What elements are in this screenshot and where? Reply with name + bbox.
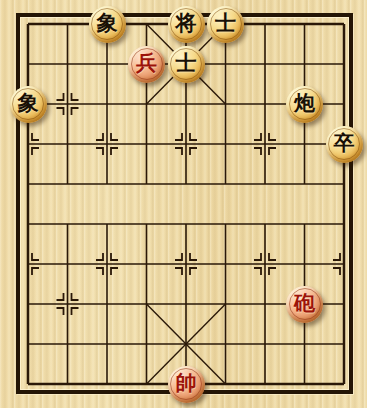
piece-red-general[interactable]: 帥 xyxy=(168,366,205,403)
red-cannon-glyph: 砲 xyxy=(294,293,315,314)
piece-red-cannon[interactable]: 砲 xyxy=(286,286,323,323)
black-cannon-glyph: 炮 xyxy=(294,93,315,114)
black-advisor-2-glyph: 士 xyxy=(176,53,197,74)
red-general-glyph: 帥 xyxy=(176,373,197,394)
black-soldier-glyph: 卒 xyxy=(334,133,355,154)
piece-black-soldier[interactable]: 卒 xyxy=(326,126,363,163)
piece-black-general[interactable]: 将 xyxy=(168,6,205,43)
piece-black-advisor-1[interactable]: 士 xyxy=(207,6,244,43)
black-elephant-2-glyph: 象 xyxy=(18,93,39,114)
black-elephant-1-glyph: 象 xyxy=(97,13,118,34)
black-advisor-1-glyph: 士 xyxy=(215,13,236,34)
piece-black-elephant-2[interactable]: 象 xyxy=(10,86,47,123)
pieces-layer: 象将士兵士象炮卒砲帥 xyxy=(0,0,367,408)
piece-red-soldier[interactable]: 兵 xyxy=(128,46,165,83)
piece-black-advisor-2[interactable]: 士 xyxy=(168,46,205,83)
black-general-glyph: 将 xyxy=(176,13,197,34)
xiangqi-app: 象将士兵士象炮卒砲帥 xyxy=(0,0,367,408)
red-soldier-glyph: 兵 xyxy=(136,53,157,74)
piece-black-elephant-1[interactable]: 象 xyxy=(89,6,126,43)
piece-black-cannon[interactable]: 炮 xyxy=(286,86,323,123)
